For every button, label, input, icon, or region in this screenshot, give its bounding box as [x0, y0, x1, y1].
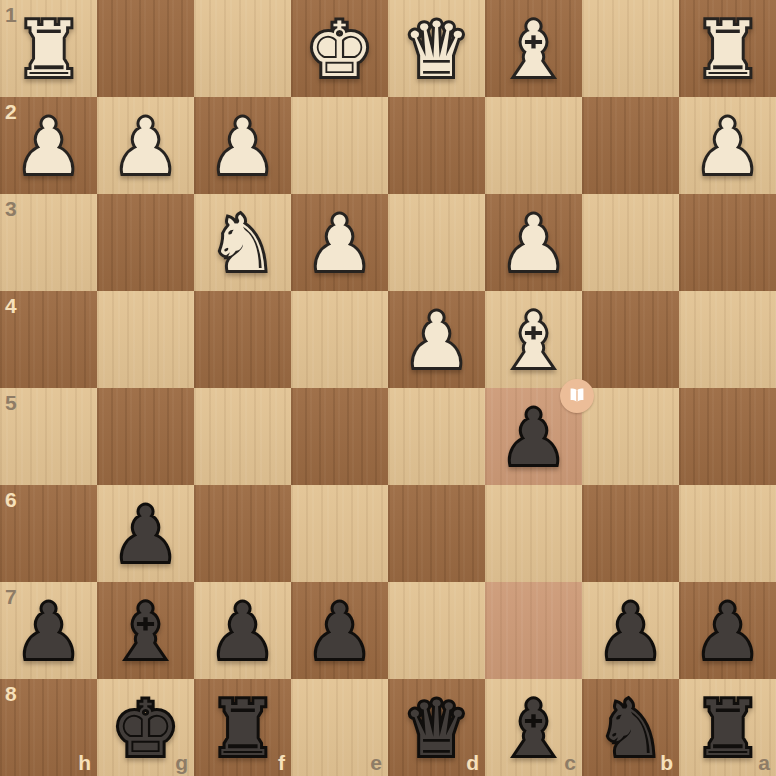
- black-knight-b8[interactable]: ♞: [582, 679, 679, 776]
- square-b2[interactable]: [582, 97, 679, 194]
- square-b8[interactable]: b♞: [582, 679, 679, 776]
- square-c6[interactable]: [485, 485, 582, 582]
- file-label-e: e: [370, 752, 382, 773]
- white-queen-d1[interactable]: ♛: [388, 0, 485, 97]
- rank-label-3: 3: [5, 198, 17, 219]
- square-b7[interactable]: ♟: [582, 582, 679, 679]
- square-g6[interactable]: ♟: [97, 485, 194, 582]
- square-e5[interactable]: [291, 388, 388, 485]
- square-e3[interactable]: ♟: [291, 194, 388, 291]
- square-d2[interactable]: [388, 97, 485, 194]
- square-h8[interactable]: 8h: [0, 679, 97, 776]
- square-a3[interactable]: [679, 194, 776, 291]
- square-d8[interactable]: d♛: [388, 679, 485, 776]
- rank-label-8: 8: [5, 683, 17, 704]
- square-f2[interactable]: ♟: [194, 97, 291, 194]
- square-a2[interactable]: ♟: [679, 97, 776, 194]
- black-bishop-g7[interactable]: ♝: [97, 582, 194, 679]
- square-b4[interactable]: [582, 291, 679, 388]
- square-a4[interactable]: [679, 291, 776, 388]
- square-h4[interactable]: 4: [0, 291, 97, 388]
- square-b1[interactable]: [582, 0, 679, 97]
- white-pawn-d4[interactable]: ♟: [388, 291, 485, 388]
- square-a7[interactable]: ♟: [679, 582, 776, 679]
- black-pawn-b7[interactable]: ♟: [582, 582, 679, 679]
- square-b6[interactable]: [582, 485, 679, 582]
- chess-board: 1♜♚♛♝♜2♟♟♟♟3♞♟♟4♟♝5♟6♟7♟♝♟♟♟♟8hg♚f♜ed♛c♝…: [0, 0, 776, 776]
- square-h2[interactable]: 2♟: [0, 97, 97, 194]
- square-d1[interactable]: ♛: [388, 0, 485, 97]
- rank-label-4: 4: [5, 295, 17, 316]
- rank-label-5: 5: [5, 392, 17, 413]
- black-rook-f8[interactable]: ♜: [194, 679, 291, 776]
- square-f1[interactable]: [194, 0, 291, 97]
- square-f5[interactable]: [194, 388, 291, 485]
- square-a1[interactable]: ♜: [679, 0, 776, 97]
- square-h7[interactable]: 7♟: [0, 582, 97, 679]
- square-c8[interactable]: c♝: [485, 679, 582, 776]
- square-a6[interactable]: [679, 485, 776, 582]
- square-g4[interactable]: [97, 291, 194, 388]
- square-d5[interactable]: [388, 388, 485, 485]
- white-pawn-c3[interactable]: ♟: [485, 194, 582, 291]
- black-pawn-e7[interactable]: ♟: [291, 582, 388, 679]
- square-e8[interactable]: e: [291, 679, 388, 776]
- square-e7[interactable]: ♟: [291, 582, 388, 679]
- white-rook-h1[interactable]: ♜: [0, 0, 97, 97]
- square-f3[interactable]: ♞: [194, 194, 291, 291]
- black-pawn-h7[interactable]: ♟: [0, 582, 97, 679]
- white-pawn-e3[interactable]: ♟: [291, 194, 388, 291]
- black-pawn-g6[interactable]: ♟: [97, 485, 194, 582]
- square-d3[interactable]: [388, 194, 485, 291]
- square-g1[interactable]: [97, 0, 194, 97]
- square-d7[interactable]: [388, 582, 485, 679]
- square-c5[interactable]: ♟: [485, 388, 582, 485]
- square-e6[interactable]: [291, 485, 388, 582]
- square-b5[interactable]: [582, 388, 679, 485]
- square-c3[interactable]: ♟: [485, 194, 582, 291]
- square-g5[interactable]: [97, 388, 194, 485]
- square-c2[interactable]: [485, 97, 582, 194]
- black-pawn-a7[interactable]: ♟: [679, 582, 776, 679]
- square-g3[interactable]: [97, 194, 194, 291]
- white-knight-f3[interactable]: ♞: [194, 194, 291, 291]
- square-h5[interactable]: 5: [0, 388, 97, 485]
- white-king-e1[interactable]: ♚: [291, 0, 388, 97]
- white-bishop-c1[interactable]: ♝: [485, 0, 582, 97]
- white-pawn-g2[interactable]: ♟: [97, 97, 194, 194]
- square-e2[interactable]: [291, 97, 388, 194]
- white-bishop-c4[interactable]: ♝: [485, 291, 582, 388]
- square-c1[interactable]: ♝: [485, 0, 582, 97]
- white-rook-a1[interactable]: ♜: [679, 0, 776, 97]
- square-f6[interactable]: [194, 485, 291, 582]
- square-f7[interactable]: ♟: [194, 582, 291, 679]
- square-d6[interactable]: [388, 485, 485, 582]
- square-g8[interactable]: g♚: [97, 679, 194, 776]
- black-king-g8[interactable]: ♚: [97, 679, 194, 776]
- square-h1[interactable]: 1♜: [0, 0, 97, 97]
- square-f8[interactable]: f♜: [194, 679, 291, 776]
- white-pawn-a2[interactable]: ♟: [679, 97, 776, 194]
- black-queen-d8[interactable]: ♛: [388, 679, 485, 776]
- square-g2[interactable]: ♟: [97, 97, 194, 194]
- rank-label-6: 6: [5, 489, 17, 510]
- square-g7[interactable]: ♝: [97, 582, 194, 679]
- square-f4[interactable]: [194, 291, 291, 388]
- file-label-h: h: [78, 752, 91, 773]
- square-d4[interactable]: ♟: [388, 291, 485, 388]
- square-h6[interactable]: 6: [0, 485, 97, 582]
- square-a5[interactable]: [679, 388, 776, 485]
- square-h3[interactable]: 3: [0, 194, 97, 291]
- black-bishop-c8[interactable]: ♝: [485, 679, 582, 776]
- square-c4[interactable]: ♝: [485, 291, 582, 388]
- white-pawn-h2[interactable]: ♟: [0, 97, 97, 194]
- black-pawn-f7[interactable]: ♟: [194, 582, 291, 679]
- square-c7[interactable]: [485, 582, 582, 679]
- square-e1[interactable]: ♚: [291, 0, 388, 97]
- black-rook-a8[interactable]: ♜: [679, 679, 776, 776]
- square-b3[interactable]: [582, 194, 679, 291]
- square-e4[interactable]: [291, 291, 388, 388]
- square-a8[interactable]: a♜: [679, 679, 776, 776]
- white-pawn-f2[interactable]: ♟: [194, 97, 291, 194]
- black-pawn-c5[interactable]: ♟: [485, 388, 582, 485]
